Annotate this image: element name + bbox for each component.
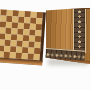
carved-band-vertical: [73, 9, 87, 53]
chess-board: [0, 9, 46, 65]
product-photo: [0, 0, 90, 90]
backgammon-case: [46, 8, 91, 65]
chess-board-grid: [0, 9, 43, 60]
